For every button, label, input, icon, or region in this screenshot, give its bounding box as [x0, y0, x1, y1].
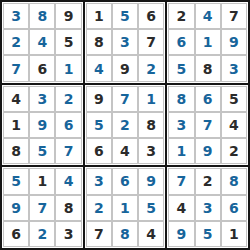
cell-r9c8-entry-digit[interactable]: 5 — [195, 221, 221, 247]
cell-r4c7-entry-digit[interactable]: 8 — [168, 86, 194, 112]
cell-r3c6-entry-digit[interactable]: 2 — [138, 55, 164, 81]
cell-r9c6-given-digit[interactable]: 4 — [138, 221, 164, 247]
cell-r8c5-entry-digit[interactable]: 1 — [112, 195, 138, 221]
cell-r6c3-entry-digit[interactable]: 7 — [55, 138, 81, 164]
box-1-3: 247619583 — [167, 2, 248, 83]
cell-r7c9-entry-digit[interactable]: 8 — [221, 168, 247, 194]
cell-r8c2-entry-digit[interactable]: 7 — [29, 195, 55, 221]
cell-r8c1-entry-digit[interactable]: 9 — [3, 195, 29, 221]
box-1-2: 156837492 — [85, 2, 166, 83]
cell-r5c9-given-digit[interactable]: 4 — [221, 112, 247, 138]
cell-r9c1-given-digit[interactable]: 6 — [3, 221, 29, 247]
cell-r2c3-given-digit[interactable]: 5 — [55, 29, 81, 55]
cell-r2c2-entry-digit[interactable]: 4 — [29, 29, 55, 55]
cell-r2c7-entry-digit[interactable]: 6 — [168, 29, 194, 55]
cell-r8c7-given-digit[interactable]: 4 — [168, 195, 194, 221]
cell-r2c4-given-digit[interactable]: 8 — [86, 29, 112, 55]
cell-r5c5-entry-digit[interactable]: 2 — [112, 112, 138, 138]
cell-r5c8-entry-digit[interactable]: 7 — [195, 112, 221, 138]
cell-r4c5-entry-digit[interactable]: 7 — [112, 86, 138, 112]
cell-r1c7-given-digit[interactable]: 2 — [168, 3, 194, 29]
cell-r1c9-given-digit[interactable]: 7 — [221, 3, 247, 29]
box-3-2: 369215784 — [85, 167, 166, 248]
cell-r2c5-entry-digit[interactable]: 3 — [112, 29, 138, 55]
cell-r5c6-given-digit[interactable]: 8 — [138, 112, 164, 138]
cell-r9c9-given-digit[interactable]: 1 — [221, 221, 247, 247]
cell-r8c3-given-digit[interactable]: 8 — [55, 195, 81, 221]
box-1-1: 389245761 — [2, 2, 83, 83]
cell-r3c9-entry-digit[interactable]: 3 — [221, 55, 247, 81]
cell-r3c4-entry-digit[interactable]: 4 — [86, 55, 112, 81]
cell-r4c1-given-digit[interactable]: 4 — [3, 86, 29, 112]
cell-r3c5-given-digit[interactable]: 9 — [112, 55, 138, 81]
box-2-1: 432196857 — [2, 85, 83, 166]
cell-r9c7-entry-digit[interactable]: 9 — [168, 221, 194, 247]
cell-r9c2-entry-digit[interactable]: 2 — [29, 221, 55, 247]
cell-r4c8-entry-digit[interactable]: 6 — [195, 86, 221, 112]
cell-r3c2-given-digit[interactable]: 6 — [29, 55, 55, 81]
cell-r3c3-entry-digit[interactable]: 1 — [55, 55, 81, 81]
cell-r8c4-entry-digit[interactable]: 2 — [86, 195, 112, 221]
cell-r4c2-entry-digit[interactable]: 3 — [29, 86, 55, 112]
box-2-2: 971528643 — [85, 85, 166, 166]
box-3-1: 514978623 — [2, 167, 83, 248]
cell-r5c1-given-digit[interactable]: 1 — [3, 112, 29, 138]
cell-r5c4-entry-digit[interactable]: 5 — [86, 112, 112, 138]
cell-r9c3-given-digit[interactable]: 3 — [55, 221, 81, 247]
cell-r7c1-entry-digit[interactable]: 5 — [3, 168, 29, 194]
cell-r7c6-entry-digit[interactable]: 9 — [138, 168, 164, 194]
cell-r7c7-entry-digit[interactable]: 7 — [168, 168, 194, 194]
cell-r1c4-given-digit[interactable]: 1 — [86, 3, 112, 29]
cell-r1c2-entry-digit[interactable]: 8 — [29, 3, 55, 29]
cell-r5c7-entry-digit[interactable]: 3 — [168, 112, 194, 138]
cell-r4c9-given-digit[interactable]: 5 — [221, 86, 247, 112]
cell-r5c2-entry-digit[interactable]: 9 — [29, 112, 55, 138]
cell-r7c2-given-digit[interactable]: 1 — [29, 168, 55, 194]
cell-r2c6-given-digit[interactable]: 7 — [138, 29, 164, 55]
cell-r1c5-entry-digit[interactable]: 5 — [112, 3, 138, 29]
sudoku-board: 3892457611568374922476195834321968579715… — [0, 0, 250, 250]
cell-r6c4-given-digit[interactable]: 6 — [86, 138, 112, 164]
cell-r2c9-entry-digit[interactable]: 9 — [221, 29, 247, 55]
cell-r1c8-entry-digit[interactable]: 4 — [195, 3, 221, 29]
cell-r1c6-given-digit[interactable]: 6 — [138, 3, 164, 29]
cell-r7c5-entry-digit[interactable]: 6 — [112, 168, 138, 194]
box-2-3: 865374192 — [167, 85, 248, 166]
cell-r1c1-entry-digit[interactable]: 3 — [3, 3, 29, 29]
cell-r9c4-given-digit[interactable]: 7 — [86, 221, 112, 247]
cell-r7c3-entry-digit[interactable]: 4 — [55, 168, 81, 194]
cell-r2c8-entry-digit[interactable]: 1 — [195, 29, 221, 55]
cell-r1c3-given-digit[interactable]: 9 — [55, 3, 81, 29]
cell-r5c3-entry-digit[interactable]: 6 — [55, 112, 81, 138]
cell-r3c8-given-digit[interactable]: 8 — [195, 55, 221, 81]
cell-r6c2-entry-digit[interactable]: 5 — [29, 138, 55, 164]
cell-r6c1-given-digit[interactable]: 8 — [3, 138, 29, 164]
cell-r3c7-entry-digit[interactable]: 5 — [168, 55, 194, 81]
cell-r2c1-entry-digit[interactable]: 2 — [3, 29, 29, 55]
box-3-3: 728436951 — [167, 167, 248, 248]
cell-r6c6-given-digit[interactable]: 3 — [138, 138, 164, 164]
cell-r7c8-given-digit[interactable]: 2 — [195, 168, 221, 194]
cell-r6c5-given-digit[interactable]: 4 — [112, 138, 138, 164]
cell-r8c9-entry-digit[interactable]: 6 — [221, 195, 247, 221]
cell-r4c6-entry-digit[interactable]: 1 — [138, 86, 164, 112]
cell-r3c1-entry-digit[interactable]: 7 — [3, 55, 29, 81]
cell-r6c9-given-digit[interactable]: 2 — [221, 138, 247, 164]
cell-r9c5-entry-digit[interactable]: 8 — [112, 221, 138, 247]
cell-r4c4-given-digit[interactable]: 9 — [86, 86, 112, 112]
cell-r4c3-entry-digit[interactable]: 2 — [55, 86, 81, 112]
cell-r8c6-entry-digit[interactable]: 5 — [138, 195, 164, 221]
cell-r7c4-entry-digit[interactable]: 3 — [86, 168, 112, 194]
cell-r6c7-entry-digit[interactable]: 1 — [168, 138, 194, 164]
cell-r8c8-entry-digit[interactable]: 3 — [195, 195, 221, 221]
cell-r6c8-entry-digit[interactable]: 9 — [195, 138, 221, 164]
